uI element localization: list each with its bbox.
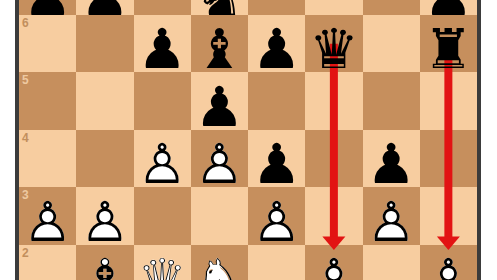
rank-label-5: 5 <box>22 73 29 87</box>
square-f6[interactable]: ♛ <box>305 15 362 72</box>
square-b5[interactable] <box>76 72 133 129</box>
square-d5[interactable]: ♟ <box>191 72 248 129</box>
white-queen[interactable]: ♛♕ <box>134 250 191 280</box>
black-pawn[interactable]: ♟ <box>248 135 305 192</box>
black-rook[interactable]: ♜ <box>420 20 477 77</box>
square-g3[interactable]: ♟♙ <box>363 187 420 244</box>
board-right-border <box>477 0 481 280</box>
square-c4[interactable]: ♟♙ <box>134 130 191 187</box>
square-c7[interactable] <box>134 0 191 15</box>
square-a7[interactable]: 7♟ <box>19 0 76 15</box>
square-d7[interactable]: ♞ <box>191 0 248 15</box>
square-a5[interactable]: 5 <box>19 72 76 129</box>
square-c6[interactable]: ♟ <box>134 15 191 72</box>
black-pawn[interactable]: ♟ <box>19 0 76 24</box>
square-f7[interactable] <box>305 0 362 15</box>
square-e6[interactable]: ♟ <box>248 15 305 72</box>
square-a4[interactable]: 4 <box>19 130 76 187</box>
black-queen[interactable]: ♛ <box>305 20 362 77</box>
square-g5[interactable] <box>363 72 420 129</box>
black-pawn[interactable]: ♟ <box>76 0 133 24</box>
white-pawn[interactable]: ♟♙ <box>76 192 133 249</box>
square-e7[interactable] <box>248 0 305 15</box>
rank-label-4: 4 <box>22 131 29 145</box>
square-b2[interactable]: ♝♗ <box>76 245 133 280</box>
black-pawn[interactable]: ♟ <box>363 135 420 192</box>
square-h7[interactable]: ♟ <box>420 0 477 15</box>
white-pawn[interactable]: ♟♙ <box>191 135 248 192</box>
square-f3[interactable] <box>305 187 362 244</box>
square-d6[interactable]: ♝ <box>191 15 248 72</box>
square-f2[interactable]: ♟♙ <box>305 245 362 280</box>
square-h6[interactable]: ♜ <box>420 15 477 72</box>
square-e3[interactable]: ♟♙ <box>248 187 305 244</box>
white-pawn[interactable]: ♟♙ <box>420 250 477 280</box>
square-h2[interactable]: ♟♙ <box>420 245 477 280</box>
white-pawn[interactable]: ♟♙ <box>363 192 420 249</box>
square-d4[interactable]: ♟♙ <box>191 130 248 187</box>
square-f4[interactable] <box>305 130 362 187</box>
square-c2[interactable]: ♛♕ <box>134 245 191 280</box>
square-h4[interactable] <box>420 130 477 187</box>
black-bishop[interactable]: ♝ <box>191 20 248 77</box>
square-h3[interactable] <box>420 187 477 244</box>
white-pawn[interactable]: ♟♙ <box>134 135 191 192</box>
white-pawn[interactable]: ♟♙ <box>19 192 76 249</box>
black-pawn[interactable]: ♟ <box>191 77 248 134</box>
chess-board: 7♟♟♞♟6♟♝♟♛♜5♟4♟♙♟♙♟♟3♟♙♟♙♟♙♟♙2♝♗♛♕♞♘♟♙♟♙ <box>19 0 477 280</box>
square-b4[interactable] <box>76 130 133 187</box>
black-pawn[interactable]: ♟ <box>134 20 191 77</box>
white-pawn[interactable]: ♟♙ <box>305 250 362 280</box>
square-g6[interactable] <box>363 15 420 72</box>
white-bishop[interactable]: ♝♗ <box>76 250 133 280</box>
square-g7[interactable] <box>363 0 420 15</box>
square-a3[interactable]: 3♟♙ <box>19 187 76 244</box>
square-e4[interactable]: ♟ <box>248 130 305 187</box>
white-knight[interactable]: ♞♘ <box>191 250 248 280</box>
black-pawn[interactable]: ♟ <box>248 20 305 77</box>
chess-board-screenshot: 7♟♟♞♟6♟♝♟♛♜5♟4♟♙♟♙♟♟3♟♙♟♙♟♙♟♙2♝♗♛♕♞♘♟♙♟♙ <box>0 0 497 280</box>
white-pawn[interactable]: ♟♙ <box>248 192 305 249</box>
square-g4[interactable]: ♟ <box>363 130 420 187</box>
square-b7[interactable]: ♟ <box>76 0 133 15</box>
square-d2[interactable]: ♞♘ <box>191 245 248 280</box>
square-b3[interactable]: ♟♙ <box>76 187 133 244</box>
